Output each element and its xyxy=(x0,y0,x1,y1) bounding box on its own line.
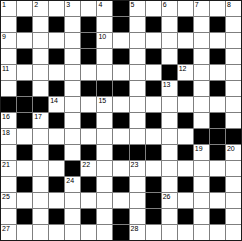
black-cell xyxy=(162,65,177,80)
white-cell[interactable] xyxy=(33,193,48,208)
white-cell[interactable] xyxy=(65,209,80,224)
white-cell[interactable] xyxy=(65,97,80,112)
white-cell[interactable] xyxy=(17,225,32,240)
white-cell[interactable] xyxy=(178,225,193,240)
white-cell[interactable] xyxy=(194,97,209,112)
white-cell[interactable] xyxy=(226,161,241,176)
clue-number: 17 xyxy=(34,113,42,121)
clue-number: 3 xyxy=(66,1,70,9)
white-cell[interactable] xyxy=(130,113,145,128)
clue-number: 14 xyxy=(50,97,58,105)
white-cell[interactable]: 26 xyxy=(162,193,177,208)
white-cell[interactable] xyxy=(97,161,112,176)
white-cell[interactable] xyxy=(146,97,161,112)
white-cell[interactable]: 16 xyxy=(1,113,16,128)
black-cell xyxy=(210,129,225,144)
black-cell xyxy=(113,209,128,224)
white-cell[interactable] xyxy=(97,193,112,208)
black-cell xyxy=(146,113,161,128)
clue-number: 12 xyxy=(179,65,187,73)
white-cell[interactable] xyxy=(226,17,241,32)
white-cell[interactable] xyxy=(130,17,145,32)
black-cell xyxy=(17,113,32,128)
black-cell xyxy=(17,17,32,32)
white-cell[interactable] xyxy=(146,33,161,48)
black-cell xyxy=(210,81,225,96)
white-cell[interactable] xyxy=(178,33,193,48)
white-cell[interactable] xyxy=(194,161,209,176)
black-cell xyxy=(113,113,128,128)
black-cell xyxy=(49,209,64,224)
white-cell[interactable]: 23 xyxy=(130,161,145,176)
black-cell xyxy=(113,17,128,32)
white-cell[interactable] xyxy=(65,145,80,160)
white-cell[interactable] xyxy=(226,177,241,192)
black-cell xyxy=(113,1,128,16)
white-cell[interactable] xyxy=(178,161,193,176)
black-cell xyxy=(146,49,161,64)
white-cell[interactable] xyxy=(162,129,177,144)
clue-number: 18 xyxy=(2,129,10,137)
white-cell[interactable]: 21 xyxy=(1,161,16,176)
white-cell[interactable] xyxy=(113,129,128,144)
white-cell[interactable]: 5 xyxy=(130,1,145,16)
black-cell xyxy=(178,209,193,224)
white-cell[interactable] xyxy=(178,193,193,208)
white-cell[interactable] xyxy=(65,81,80,96)
black-cell xyxy=(210,49,225,64)
white-cell[interactable] xyxy=(194,33,209,48)
black-cell xyxy=(81,209,96,224)
white-cell[interactable]: 13 xyxy=(162,81,177,96)
white-cell[interactable]: 7 xyxy=(194,1,209,16)
white-cell[interactable]: 14 xyxy=(49,97,64,112)
white-cell[interactable] xyxy=(210,1,225,16)
white-cell[interactable] xyxy=(162,49,177,64)
black-cell xyxy=(210,177,225,192)
white-cell[interactable] xyxy=(194,193,209,208)
black-cell xyxy=(178,113,193,128)
clue-number: 23 xyxy=(131,161,139,169)
black-cell xyxy=(49,145,64,160)
white-cell[interactable]: 9 xyxy=(1,33,16,48)
white-cell[interactable] xyxy=(97,65,112,80)
white-cell[interactable] xyxy=(33,225,48,240)
white-cell[interactable] xyxy=(49,33,64,48)
black-cell xyxy=(65,161,80,176)
white-cell[interactable] xyxy=(17,33,32,48)
black-cell xyxy=(17,49,32,64)
black-cell xyxy=(81,145,96,160)
clue-number: 26 xyxy=(163,193,171,201)
black-cell xyxy=(49,49,64,64)
white-cell[interactable]: 8 xyxy=(226,1,241,16)
black-cell xyxy=(210,209,225,224)
white-cell[interactable] xyxy=(130,97,145,112)
white-cell[interactable] xyxy=(113,33,128,48)
black-cell xyxy=(178,145,193,160)
white-cell[interactable] xyxy=(1,17,16,32)
clue-number: 15 xyxy=(98,97,106,105)
clue-number: 24 xyxy=(66,177,74,185)
white-cell[interactable] xyxy=(33,49,48,64)
black-cell xyxy=(1,97,16,112)
black-cell xyxy=(226,129,241,144)
clue-number: 5 xyxy=(131,1,135,9)
black-cell xyxy=(178,17,193,32)
white-cell[interactable] xyxy=(178,129,193,144)
white-cell[interactable] xyxy=(146,225,161,240)
white-cell[interactable] xyxy=(226,81,241,96)
clue-number: 22 xyxy=(82,161,90,169)
white-cell[interactable] xyxy=(226,97,241,112)
black-cell xyxy=(17,145,32,160)
clue-number: 25 xyxy=(2,193,10,201)
black-cell xyxy=(49,17,64,32)
black-cell xyxy=(146,177,161,192)
white-cell[interactable] xyxy=(1,145,16,160)
white-cell[interactable]: 28 xyxy=(130,225,145,240)
white-cell[interactable] xyxy=(226,225,241,240)
black-cell xyxy=(113,81,128,96)
black-cell xyxy=(210,145,225,160)
white-cell[interactable] xyxy=(65,49,80,64)
white-cell[interactable] xyxy=(146,161,161,176)
clue-number: 13 xyxy=(163,81,171,89)
white-cell[interactable] xyxy=(1,209,16,224)
black-cell xyxy=(178,81,193,96)
white-cell[interactable] xyxy=(162,209,177,224)
white-cell[interactable] xyxy=(130,193,145,208)
white-cell[interactable] xyxy=(194,65,209,80)
black-cell xyxy=(17,177,32,192)
white-cell[interactable] xyxy=(194,209,209,224)
crossword-grid: 1234567891011121314151617181920212223242… xyxy=(0,0,242,241)
black-cell xyxy=(81,113,96,128)
clue-number: 16 xyxy=(2,113,10,121)
white-cell[interactable] xyxy=(33,33,48,48)
clue-number: 21 xyxy=(2,161,10,169)
white-cell[interactable] xyxy=(81,1,96,16)
clue-number: 11 xyxy=(2,65,9,73)
white-cell[interactable]: 10 xyxy=(97,33,112,48)
clue-number: 6 xyxy=(163,1,167,9)
white-cell[interactable] xyxy=(49,161,64,176)
white-cell[interactable] xyxy=(146,1,161,16)
white-cell[interactable] xyxy=(33,145,48,160)
white-cell[interactable]: 27 xyxy=(1,225,16,240)
white-cell[interactable]: 15 xyxy=(97,97,112,112)
white-cell[interactable] xyxy=(226,209,241,224)
white-cell[interactable] xyxy=(162,177,177,192)
black-cell xyxy=(210,17,225,32)
white-cell[interactable] xyxy=(113,65,128,80)
white-cell[interactable] xyxy=(17,65,32,80)
clue-number: 20 xyxy=(227,145,235,153)
white-cell[interactable] xyxy=(33,81,48,96)
black-cell xyxy=(178,49,193,64)
white-cell[interactable] xyxy=(210,161,225,176)
black-cell xyxy=(113,225,128,240)
black-cell xyxy=(81,81,96,96)
black-cell xyxy=(33,97,48,112)
clue-number: 1 xyxy=(2,1,6,9)
white-cell[interactable] xyxy=(113,193,128,208)
white-cell[interactable] xyxy=(65,33,80,48)
white-cell[interactable] xyxy=(226,49,241,64)
white-cell[interactable]: 24 xyxy=(65,177,80,192)
white-cell[interactable] xyxy=(162,97,177,112)
white-cell[interactable] xyxy=(49,225,64,240)
white-cell[interactable] xyxy=(226,193,241,208)
white-cell[interactable] xyxy=(65,193,80,208)
white-cell[interactable] xyxy=(210,33,225,48)
white-cell[interactable] xyxy=(226,65,241,80)
white-cell[interactable] xyxy=(97,113,112,128)
white-cell[interactable]: 1 xyxy=(1,1,16,16)
white-cell[interactable] xyxy=(130,209,145,224)
black-cell xyxy=(146,193,161,208)
black-cell xyxy=(49,113,64,128)
black-cell xyxy=(113,177,128,192)
white-cell[interactable] xyxy=(194,113,209,128)
white-cell[interactable] xyxy=(226,113,241,128)
clue-number: 28 xyxy=(131,225,139,233)
black-cell xyxy=(210,113,225,128)
white-cell[interactable] xyxy=(162,113,177,128)
white-cell[interactable] xyxy=(130,177,145,192)
white-cell[interactable] xyxy=(130,129,145,144)
white-cell[interactable] xyxy=(97,209,112,224)
white-cell[interactable]: 4 xyxy=(97,1,112,16)
white-cell[interactable] xyxy=(113,161,128,176)
white-cell[interactable] xyxy=(113,97,128,112)
white-cell[interactable] xyxy=(49,1,64,16)
white-cell[interactable] xyxy=(194,177,209,192)
clue-number: 27 xyxy=(2,225,10,233)
white-cell[interactable] xyxy=(162,145,177,160)
black-cell xyxy=(49,81,64,96)
white-cell[interactable] xyxy=(97,145,112,160)
white-cell[interactable] xyxy=(162,33,177,48)
white-cell[interactable] xyxy=(210,97,225,112)
white-cell[interactable] xyxy=(49,193,64,208)
clue-number: 7 xyxy=(195,1,199,9)
black-cell xyxy=(194,129,209,144)
white-cell[interactable] xyxy=(65,65,80,80)
white-cell[interactable] xyxy=(81,129,96,144)
black-cell xyxy=(146,209,161,224)
white-cell[interactable]: 11 xyxy=(1,65,16,80)
black-cell xyxy=(81,49,96,64)
white-cell[interactable]: 25 xyxy=(1,193,16,208)
white-cell[interactable] xyxy=(17,193,32,208)
black-cell xyxy=(146,145,161,160)
white-cell[interactable] xyxy=(65,17,80,32)
crossword-puzzle: 1234567891011121314151617181920212223242… xyxy=(0,0,242,241)
white-cell[interactable] xyxy=(17,161,32,176)
white-cell[interactable] xyxy=(210,65,225,80)
black-cell xyxy=(17,97,32,112)
white-cell[interactable] xyxy=(33,177,48,192)
white-cell[interactable] xyxy=(65,129,80,144)
white-cell[interactable] xyxy=(194,81,209,96)
white-cell[interactable]: 3 xyxy=(65,1,80,16)
white-cell[interactable] xyxy=(33,65,48,80)
black-cell xyxy=(17,209,32,224)
clue-number: 8 xyxy=(227,1,231,9)
white-cell[interactable] xyxy=(130,65,145,80)
white-cell[interactable] xyxy=(33,209,48,224)
white-cell[interactable] xyxy=(146,129,161,144)
black-cell xyxy=(146,17,161,32)
clue-number: 4 xyxy=(98,1,102,9)
white-cell[interactable] xyxy=(130,33,145,48)
white-cell[interactable]: 2 xyxy=(33,1,48,16)
white-cell[interactable] xyxy=(17,1,32,16)
white-cell[interactable] xyxy=(81,193,96,208)
white-cell[interactable] xyxy=(97,49,112,64)
clue-number: 2 xyxy=(34,1,38,9)
white-cell[interactable] xyxy=(33,17,48,32)
white-cell[interactable] xyxy=(194,17,209,32)
black-cell xyxy=(113,145,128,160)
white-cell[interactable] xyxy=(194,225,209,240)
white-cell[interactable] xyxy=(162,17,177,32)
white-cell[interactable]: 6 xyxy=(162,1,177,16)
white-cell[interactable] xyxy=(130,81,145,96)
black-cell xyxy=(17,81,32,96)
black-cell xyxy=(178,177,193,192)
black-cell xyxy=(113,49,128,64)
white-cell[interactable] xyxy=(1,81,16,96)
white-cell[interactable] xyxy=(178,97,193,112)
white-cell[interactable] xyxy=(65,225,80,240)
white-cell[interactable] xyxy=(65,113,80,128)
black-cell xyxy=(97,81,112,96)
white-cell[interactable] xyxy=(49,129,64,144)
black-cell xyxy=(49,177,64,192)
black-cell xyxy=(81,17,96,32)
white-cell[interactable] xyxy=(97,17,112,32)
white-cell[interactable] xyxy=(33,129,48,144)
white-cell[interactable] xyxy=(130,49,145,64)
white-cell[interactable] xyxy=(146,65,161,80)
white-cell[interactable] xyxy=(97,225,112,240)
white-cell[interactable]: 12 xyxy=(178,65,193,80)
black-cell xyxy=(130,145,145,160)
white-cell[interactable] xyxy=(226,33,241,48)
white-cell[interactable] xyxy=(49,65,64,80)
white-cell[interactable] xyxy=(97,177,112,192)
white-cell[interactable] xyxy=(81,97,96,112)
clue-number: 19 xyxy=(195,145,203,153)
white-cell[interactable] xyxy=(81,65,96,80)
white-cell[interactable] xyxy=(162,161,177,176)
clue-number: 10 xyxy=(98,33,106,41)
white-cell[interactable] xyxy=(194,49,209,64)
white-cell[interactable]: 18 xyxy=(1,129,16,144)
white-cell[interactable]: 17 xyxy=(33,113,48,128)
white-cell[interactable] xyxy=(33,161,48,176)
white-cell[interactable] xyxy=(1,177,16,192)
white-cell[interactable] xyxy=(162,225,177,240)
white-cell[interactable] xyxy=(81,225,96,240)
clue-number: 9 xyxy=(2,33,6,41)
white-cell[interactable] xyxy=(210,193,225,208)
white-cell[interactable]: 22 xyxy=(81,161,96,176)
black-cell xyxy=(81,33,96,48)
white-cell[interactable]: 19 xyxy=(194,145,209,160)
white-cell[interactable] xyxy=(178,1,193,16)
white-cell[interactable] xyxy=(17,129,32,144)
white-cell[interactable] xyxy=(210,225,225,240)
white-cell[interactable] xyxy=(97,129,112,144)
white-cell[interactable]: 20 xyxy=(226,145,241,160)
white-cell[interactable] xyxy=(1,49,16,64)
black-cell xyxy=(146,81,161,96)
black-cell xyxy=(81,177,96,192)
